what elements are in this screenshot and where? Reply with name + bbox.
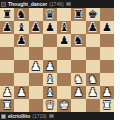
- black-bishop: ♝: [14, 21, 28, 34]
- square-a6[interactable]: [0, 34, 14, 47]
- bottom-player-bar: elcriollito (1719): [0, 112, 114, 120]
- square-g8[interactable]: ♚: [86, 8, 100, 21]
- white-pawn: ♟: [71, 86, 85, 99]
- black-bishop: ♝: [57, 21, 71, 34]
- white-pawn: ♟: [29, 60, 43, 73]
- black-pawn: ♟: [29, 21, 43, 34]
- square-c7[interactable]: ♟: [29, 21, 43, 34]
- black-rook: ♜: [71, 8, 85, 21]
- square-e6[interactable]: ♟: [57, 34, 71, 47]
- black-pawn: ♟: [14, 34, 28, 47]
- black-pawn: ♟: [0, 21, 14, 34]
- black-queen: ♛: [43, 8, 57, 21]
- square-c2[interactable]: [29, 86, 43, 99]
- square-e3[interactable]: [57, 73, 71, 86]
- white-knight: ♞: [86, 73, 100, 86]
- white-bishop: ♝: [43, 73, 57, 86]
- top-player-rating: (1746): [49, 0, 63, 8]
- top-player-avatar[interactable]: [1, 2, 6, 7]
- right-gutter: [114, 0, 120, 120]
- square-a8[interactable]: ♜: [0, 8, 14, 21]
- square-g1[interactable]: [86, 99, 100, 112]
- square-d7[interactable]: ♟: [43, 21, 57, 34]
- black-knight: ♞: [71, 34, 85, 47]
- white-queen: ♛: [43, 99, 57, 112]
- square-e5[interactable]: [57, 47, 71, 60]
- black-pawn: ♟: [57, 34, 71, 47]
- square-b7[interactable]: ♝: [14, 21, 28, 34]
- square-b3[interactable]: [14, 73, 28, 86]
- square-c4[interactable]: ♟: [29, 60, 43, 73]
- black-rook: ♜: [0, 8, 14, 21]
- square-f5[interactable]: [71, 47, 85, 60]
- white-pawn: ♟: [100, 86, 114, 99]
- square-f7[interactable]: [71, 21, 85, 34]
- square-f6[interactable]: ♞: [71, 34, 85, 47]
- square-b8[interactable]: ♞: [14, 8, 28, 21]
- square-b5[interactable]: [14, 47, 28, 60]
- chess-app: Thought_dancer (1746) ♜♞♛♜♚♟♝♟♟♝♟♟♟♟♞♟♟♝…: [0, 0, 114, 120]
- square-c1[interactable]: [29, 99, 43, 112]
- square-h7[interactable]: ♟: [100, 21, 114, 34]
- white-rook: ♜: [0, 99, 14, 112]
- white-bishop: ♝: [43, 86, 57, 99]
- black-pawn: ♟: [43, 21, 57, 34]
- square-f2[interactable]: ♟: [71, 86, 85, 99]
- square-d4[interactable]: ♟: [43, 60, 57, 73]
- square-g6[interactable]: [86, 34, 100, 47]
- square-c6[interactable]: [29, 34, 43, 47]
- square-e8[interactable]: [57, 8, 71, 21]
- bottom-player-name[interactable]: elcriollito: [8, 112, 30, 120]
- white-pawn: ♟: [0, 86, 14, 99]
- white-king: ♚: [57, 99, 71, 112]
- square-f3[interactable]: ♞: [71, 73, 85, 86]
- square-h4[interactable]: [100, 60, 114, 73]
- square-g5[interactable]: [86, 47, 100, 60]
- square-a3[interactable]: [0, 73, 14, 86]
- square-g4[interactable]: [86, 60, 100, 73]
- square-h8[interactable]: [100, 8, 114, 21]
- square-g3[interactable]: ♞: [86, 73, 100, 86]
- square-g7[interactable]: ♟: [86, 21, 100, 34]
- square-c3[interactable]: [29, 73, 43, 86]
- square-e2[interactable]: [57, 86, 71, 99]
- square-a5[interactable]: [0, 47, 14, 60]
- square-a4[interactable]: [0, 60, 14, 73]
- square-d5[interactable]: [43, 47, 57, 60]
- square-a2[interactable]: ♟: [0, 86, 14, 99]
- square-b2[interactable]: ♟: [14, 86, 28, 99]
- square-d3[interactable]: ♝: [43, 73, 57, 86]
- square-c5[interactable]: [29, 47, 43, 60]
- white-pawn: ♟: [43, 60, 57, 73]
- square-h1[interactable]: ♜: [100, 99, 114, 112]
- white-knight: ♞: [71, 73, 85, 86]
- square-h3[interactable]: [100, 73, 114, 86]
- square-d1[interactable]: ♛: [43, 99, 57, 112]
- square-h2[interactable]: ♟: [100, 86, 114, 99]
- square-a1[interactable]: ♜: [0, 99, 14, 112]
- square-d2[interactable]: ♝: [43, 86, 57, 99]
- square-a7[interactable]: ♟: [0, 21, 14, 34]
- square-f1[interactable]: [71, 99, 85, 112]
- white-pawn: ♟: [14, 86, 28, 99]
- square-f8[interactable]: ♜: [71, 8, 85, 21]
- square-b1[interactable]: [14, 99, 28, 112]
- square-b4[interactable]: [14, 60, 28, 73]
- square-e4[interactable]: [57, 60, 71, 73]
- bottom-player-avatar[interactable]: [1, 114, 6, 119]
- square-h6[interactable]: [100, 34, 114, 47]
- square-e7[interactable]: ♝: [57, 21, 71, 34]
- top-player-bar: Thought_dancer (1746): [0, 0, 114, 8]
- top-player-flag-icon: [66, 2, 71, 6]
- black-pawn: ♟: [86, 21, 100, 34]
- top-player-name[interactable]: Thought_dancer: [8, 0, 47, 8]
- square-e1[interactable]: ♚: [57, 99, 71, 112]
- bottom-player-flag-icon: [49, 114, 54, 118]
- bottom-player-rating: (1719): [32, 112, 46, 120]
- square-d8[interactable]: ♛: [43, 8, 57, 21]
- square-c8[interactable]: [29, 8, 43, 21]
- square-d6[interactable]: [43, 34, 57, 47]
- square-f4[interactable]: [71, 60, 85, 73]
- black-king: ♚: [86, 8, 100, 21]
- black-pawn: ♟: [100, 21, 114, 34]
- black-knight: ♞: [14, 8, 28, 21]
- square-g2[interactable]: ♟: [86, 86, 100, 99]
- chess-board: ♜♞♛♜♚♟♝♟♟♝♟♟♟♟♞♟♟♝♞♞♟♟♝♟♟♟♜♛♚♜: [0, 8, 114, 112]
- square-h5[interactable]: [100, 47, 114, 60]
- white-pawn: ♟: [86, 86, 100, 99]
- white-rook: ♜: [100, 99, 114, 112]
- square-b6[interactable]: ♟: [14, 34, 28, 47]
